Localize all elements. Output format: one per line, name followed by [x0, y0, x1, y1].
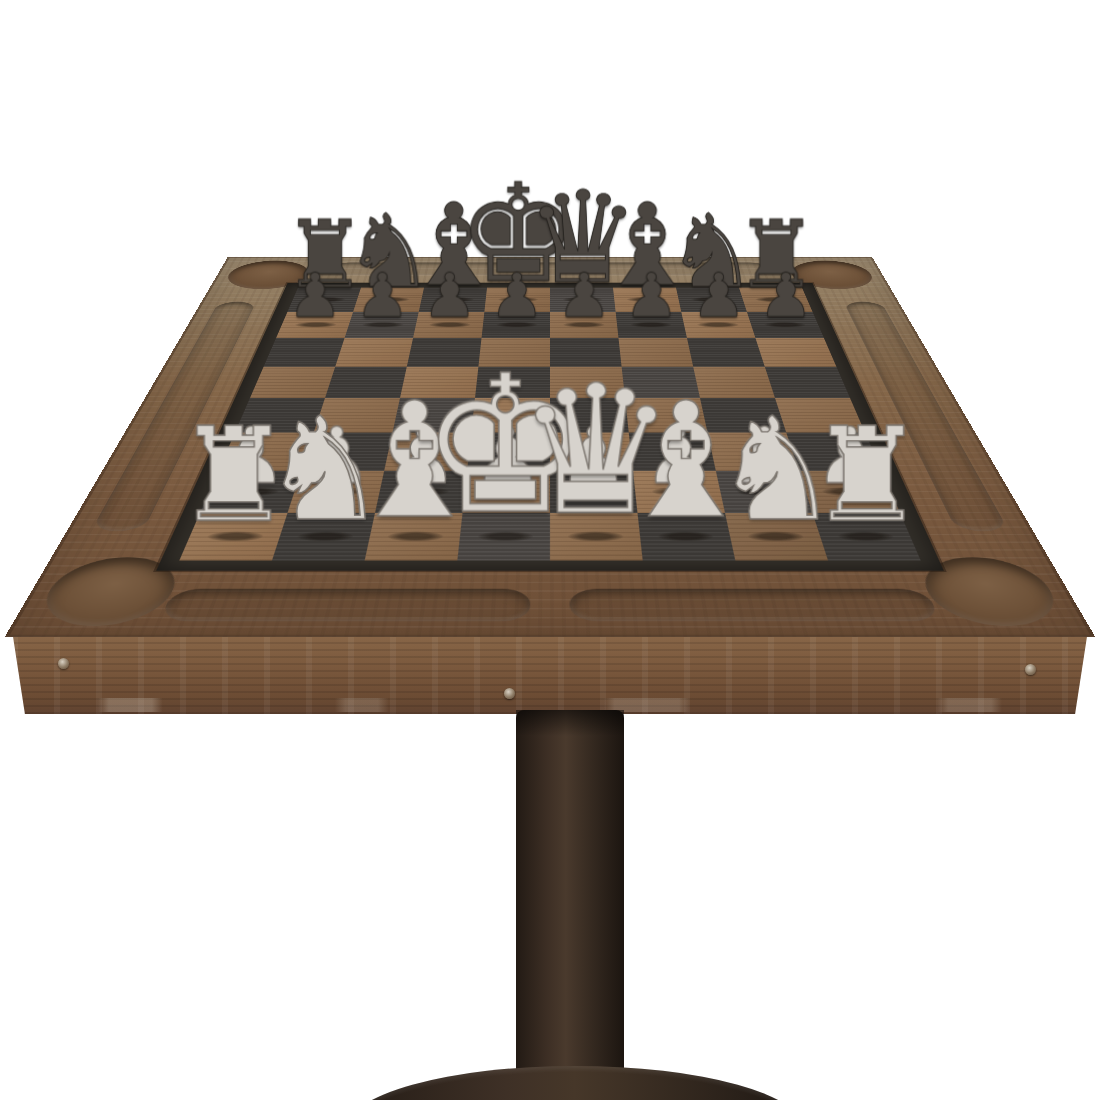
square-g7[interactable] [681, 312, 755, 338]
square-b7[interactable] [345, 312, 419, 338]
square-c8[interactable] [419, 288, 487, 312]
corner-cup-recess-near-right [913, 557, 1070, 626]
square-h7[interactable] [747, 312, 824, 338]
square-f8[interactable] [613, 288, 681, 312]
square-g6[interactable] [687, 338, 765, 367]
table-scene: ♜♞♝♚♛♝♞♜♟♟♟♟♟♟♟♟♟♟♟♟♟♟♟♟♜♞♝♚♛♝♞♜ [0, 0, 1100, 1100]
square-a8[interactable] [288, 288, 361, 312]
square-h8[interactable] [739, 288, 812, 312]
near-left-piece-tray [159, 589, 530, 622]
square-b8[interactable] [353, 288, 424, 312]
square-b6[interactable] [335, 338, 413, 367]
square-f7[interactable] [616, 312, 687, 338]
tabletop: ♜♞♝♚♛♝♞♜♟♟♟♟♟♟♟♟♟♟♟♟♟♟♟♟♜♞♝♚♛♝♞♜ [5, 257, 1096, 637]
corner-cup-recess-near-left [30, 557, 187, 626]
square-a7[interactable] [276, 312, 353, 338]
square-e8[interactable] [550, 288, 616, 312]
near-right-piece-tray [569, 589, 940, 622]
square-d8[interactable] [484, 288, 550, 312]
square-g8[interactable] [676, 288, 747, 312]
square-a6[interactable] [264, 338, 345, 367]
square-h6[interactable] [755, 338, 836, 367]
product-photo-stage: ♜♞♝♚♛♝♞♜♟♟♟♟♟♟♟♟♟♟♟♟♟♟♟♟♜♞♝♚♛♝♞♜ [0, 0, 1100, 1100]
piece-glyph: ♜ [770, 410, 963, 540]
